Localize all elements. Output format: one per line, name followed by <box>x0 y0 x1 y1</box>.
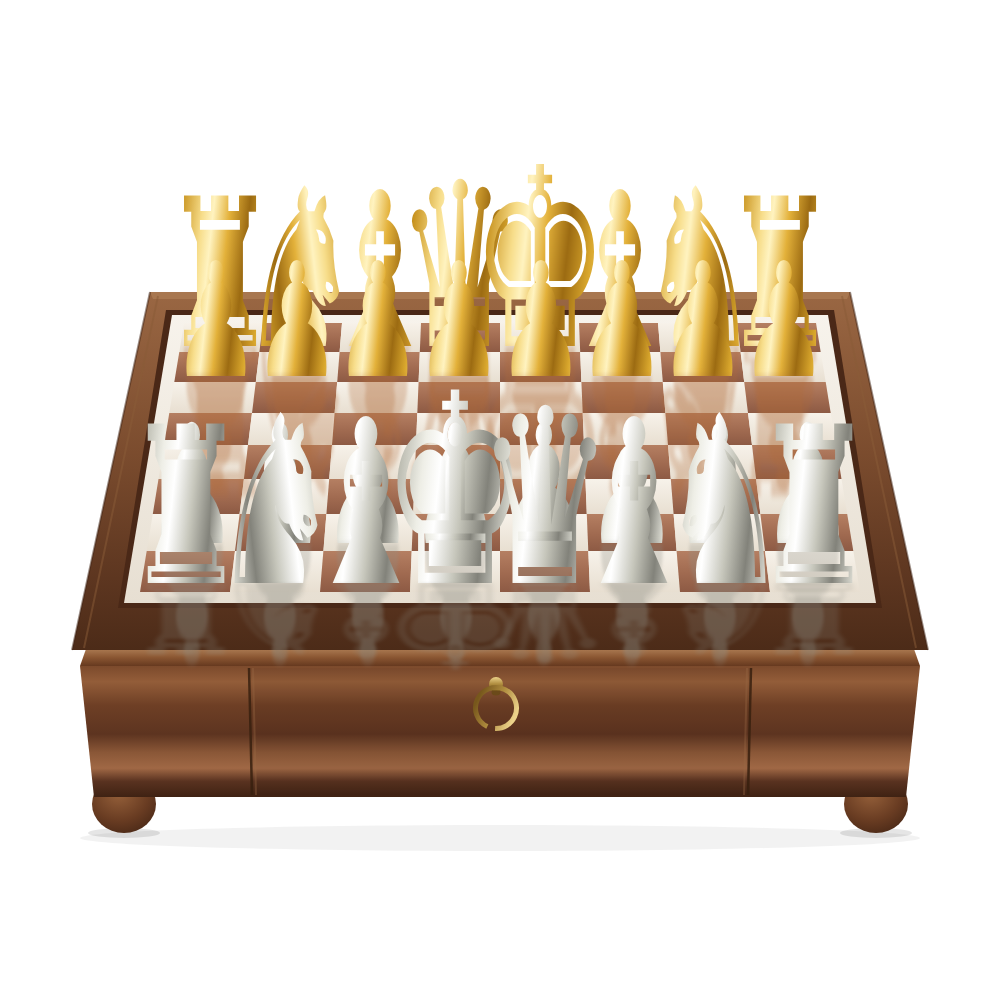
square-f2 <box>587 514 677 551</box>
square-e6 <box>500 382 583 413</box>
square-h7 <box>741 352 826 382</box>
square-b2 <box>235 514 326 551</box>
square-e1 <box>500 551 590 592</box>
square-h3 <box>756 479 847 514</box>
square-c1 <box>320 551 412 592</box>
square-f8 <box>579 323 660 352</box>
square-g3 <box>671 479 761 514</box>
square-e7 <box>500 352 581 382</box>
square-e3 <box>500 479 587 514</box>
square-b8 <box>259 323 342 352</box>
square-c2 <box>323 514 413 551</box>
square-b4 <box>244 445 332 479</box>
square-d1 <box>410 551 500 592</box>
square-e8 <box>500 323 580 352</box>
square-d5 <box>416 413 500 445</box>
square-d8 <box>420 323 500 352</box>
chess-set-photo: ♜♞♝♛♚♝♞♜♟♟♟♟♟♟♟♟♟♟♟♟♟♟♟♟♜♞♝♚♛♝♞♜ <box>0 0 1000 1000</box>
square-g5 <box>665 413 752 445</box>
square-f1 <box>588 551 680 592</box>
square-g7 <box>660 352 744 382</box>
square-a3 <box>153 479 244 514</box>
square-h4 <box>752 445 842 479</box>
square-b5 <box>248 413 335 445</box>
square-a6 <box>169 382 256 413</box>
square-a5 <box>164 413 252 445</box>
square-g4 <box>668 445 756 479</box>
square-h2 <box>760 514 853 551</box>
square-b3 <box>240 479 330 514</box>
square-c5 <box>332 413 417 445</box>
square-d6 <box>417 382 500 413</box>
square-g6 <box>663 382 748 413</box>
square-a1 <box>140 551 235 592</box>
square-f6 <box>581 382 665 413</box>
square-b1 <box>230 551 323 592</box>
square-c6 <box>335 382 419 413</box>
square-d4 <box>415 445 500 479</box>
square-a2 <box>147 514 240 551</box>
square-b6 <box>252 382 337 413</box>
case-base-molding <box>80 649 920 666</box>
square-a4 <box>159 445 249 479</box>
square-d3 <box>413 479 500 514</box>
ground-shadow <box>80 825 920 851</box>
square-c8 <box>340 323 421 352</box>
frame-top-highlight <box>150 292 850 299</box>
square-f4 <box>584 445 671 479</box>
square-c7 <box>337 352 420 382</box>
square-c3 <box>326 479 414 514</box>
square-g2 <box>674 514 765 551</box>
square-d2 <box>412 514 500 551</box>
square-f3 <box>585 479 673 514</box>
chess-case <box>0 0 1000 1000</box>
square-h6 <box>744 382 831 413</box>
square-h1 <box>765 551 860 592</box>
square-h8 <box>737 323 821 352</box>
square-a8 <box>179 323 263 352</box>
square-e5 <box>500 413 584 445</box>
square-h5 <box>748 413 836 445</box>
square-e2 <box>500 514 588 551</box>
square-a7 <box>174 352 259 382</box>
square-c4 <box>329 445 416 479</box>
square-e4 <box>500 445 585 479</box>
board-squares <box>140 323 860 592</box>
square-f7 <box>580 352 663 382</box>
square-b7 <box>256 352 340 382</box>
square-f5 <box>583 413 668 445</box>
square-d7 <box>419 352 500 382</box>
square-g1 <box>677 551 770 592</box>
square-g8 <box>658 323 741 352</box>
